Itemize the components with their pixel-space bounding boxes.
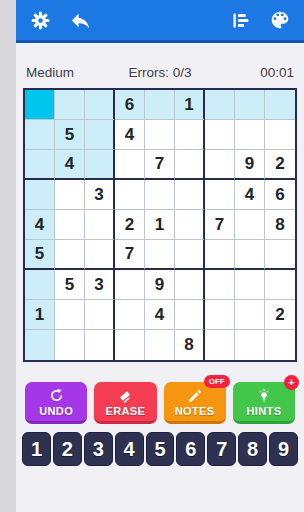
numpad-7[interactable]: 7	[207, 432, 236, 466]
numpad-4[interactable]: 4	[115, 432, 144, 466]
cell-r6c1[interactable]: 5	[25, 240, 55, 270]
numpad-2[interactable]: 2	[53, 432, 82, 466]
cell-r6c2[interactable]	[55, 240, 85, 270]
cell-r7c1[interactable]	[25, 270, 55, 300]
cell-r3c9[interactable]: 2	[265, 150, 295, 180]
cell-r7c9[interactable]	[265, 270, 295, 300]
cell-r5c4[interactable]: 2	[115, 210, 145, 240]
cell-r4c3[interactable]: 3	[85, 180, 115, 210]
cell-r2c6[interactable]	[175, 120, 205, 150]
cell-r5c2[interactable]	[55, 210, 85, 240]
controls-row: UNDO ERASE OFF NOTES +	[25, 382, 295, 424]
cell-r2c4[interactable]: 4	[115, 120, 145, 150]
pencil-icon	[187, 388, 203, 404]
cell-r5c9[interactable]: 8	[265, 210, 295, 240]
cell-r5c8[interactable]	[235, 210, 265, 240]
lightbulb-icon	[256, 388, 272, 404]
cell-r1c4[interactable]: 6	[115, 90, 145, 120]
notes-label: NOTES	[175, 405, 215, 417]
cell-r2c2[interactable]: 5	[55, 120, 85, 150]
cell-r4c8[interactable]: 4	[235, 180, 265, 210]
sudoku-board: 6154479234642178575391428	[23, 88, 297, 362]
cell-r9c5[interactable]	[145, 330, 175, 360]
number-pad: 123456789	[22, 432, 298, 466]
cell-r2c7[interactable]	[205, 120, 235, 150]
cell-r7c2[interactable]: 5	[55, 270, 85, 300]
cell-r3c2[interactable]: 4	[55, 150, 85, 180]
cell-r2c1[interactable]	[25, 120, 55, 150]
undo-icon	[49, 388, 64, 404]
cell-r4c9[interactable]: 6	[265, 180, 295, 210]
cell-r2c3[interactable]	[85, 120, 115, 150]
eraser-icon	[117, 388, 133, 404]
cell-r1c7[interactable]	[205, 90, 235, 120]
difficulty-label: Medium	[26, 65, 105, 80]
cell-r2c5[interactable]	[145, 120, 175, 150]
cell-r1c8[interactable]	[235, 90, 265, 120]
cell-r6c4[interactable]: 7	[115, 240, 145, 270]
cell-r7c5[interactable]: 9	[145, 270, 175, 300]
cell-r8c3[interactable]	[85, 300, 115, 330]
cell-r9c7[interactable]	[205, 330, 235, 360]
cell-r2c9[interactable]	[265, 120, 295, 150]
cell-r7c3[interactable]: 3	[85, 270, 115, 300]
cell-r2c8[interactable]	[235, 120, 265, 150]
cell-r5c6[interactable]	[175, 210, 205, 240]
cell-r3c3[interactable]	[85, 150, 115, 180]
erase-label: ERASE	[105, 405, 145, 417]
cell-r7c4[interactable]	[115, 270, 145, 300]
back-icon[interactable]	[68, 8, 92, 32]
app: Medium Errors: 0/3 00:01 615447923464217…	[16, 0, 304, 512]
cell-r3c7[interactable]	[205, 150, 235, 180]
errors-counter: Errors: 0/3	[105, 65, 215, 80]
cell-r6c8[interactable]	[235, 240, 265, 270]
numpad-8[interactable]: 8	[238, 432, 267, 466]
cell-r6c3[interactable]	[85, 240, 115, 270]
cell-r4c7[interactable]	[205, 180, 235, 210]
cell-r9c1[interactable]	[25, 330, 55, 360]
status-bar: Medium Errors: 0/3 00:01	[16, 43, 304, 88]
cell-r8c6[interactable]	[175, 300, 205, 330]
cell-r1c6[interactable]: 1	[175, 90, 205, 120]
cell-r9c8[interactable]	[235, 330, 265, 360]
app-bar-right	[228, 8, 292, 32]
cell-r9c6[interactable]: 8	[175, 330, 205, 360]
notes-button[interactable]: OFF NOTES	[164, 382, 226, 424]
cell-r9c4[interactable]	[115, 330, 145, 360]
cell-r5c3[interactable]	[85, 210, 115, 240]
app-bar-left	[28, 8, 92, 32]
numpad-3[interactable]: 3	[84, 432, 113, 466]
cell-r8c1[interactable]: 1	[25, 300, 55, 330]
settings-icon[interactable]	[28, 8, 52, 32]
cell-r9c3[interactable]	[85, 330, 115, 360]
hints-button[interactable]: + HINTS	[233, 382, 295, 424]
cell-r6c6[interactable]	[175, 240, 205, 270]
numpad-5[interactable]: 5	[146, 432, 175, 466]
numpad-6[interactable]: 6	[176, 432, 205, 466]
cell-r5c7[interactable]: 7	[205, 210, 235, 240]
app-bar	[16, 0, 304, 43]
cell-r5c1[interactable]: 4	[25, 210, 55, 240]
cell-r4c4[interactable]	[115, 180, 145, 210]
cell-r4c1[interactable]	[25, 180, 55, 210]
cell-r8c4[interactable]	[115, 300, 145, 330]
hints-plus-badge: +	[284, 375, 299, 390]
cell-r8c9[interactable]: 2	[265, 300, 295, 330]
cell-r1c5[interactable]	[145, 90, 175, 120]
undo-label: UNDO	[39, 405, 73, 417]
cell-r3c8[interactable]: 9	[235, 150, 265, 180]
cell-r1c9[interactable]	[265, 90, 295, 120]
cell-r7c8[interactable]	[235, 270, 265, 300]
cell-r8c8[interactable]	[235, 300, 265, 330]
cell-r1c3[interactable]	[85, 90, 115, 120]
cell-r8c7[interactable]	[205, 300, 235, 330]
notes-off-badge: OFF	[204, 375, 230, 388]
erase-button[interactable]: ERASE	[94, 382, 156, 424]
cell-r6c5[interactable]	[145, 240, 175, 270]
cell-r9c9[interactable]	[265, 330, 295, 360]
cell-r1c2[interactable]	[55, 90, 85, 120]
cell-r1c1[interactable]	[25, 90, 55, 120]
palette-icon[interactable]	[268, 8, 292, 32]
numpad-1[interactable]: 1	[22, 432, 51, 466]
hints-label: HINTS	[246, 405, 281, 417]
levels-icon[interactable]	[228, 8, 252, 32]
cell-r4c6[interactable]	[175, 180, 205, 210]
cell-r8c5[interactable]: 4	[145, 300, 175, 330]
cell-r6c7[interactable]	[205, 240, 235, 270]
cell-r9c2[interactable]	[55, 330, 85, 360]
cell-r8c2[interactable]	[55, 300, 85, 330]
numpad-9[interactable]: 9	[269, 432, 298, 466]
cell-r4c2[interactable]	[55, 180, 85, 210]
undo-button[interactable]: UNDO	[25, 382, 87, 424]
cell-r3c1[interactable]	[25, 150, 55, 180]
cell-r4c5[interactable]	[145, 180, 175, 210]
cell-r7c6[interactable]	[175, 270, 205, 300]
cell-r6c9[interactable]	[265, 240, 295, 270]
cell-r3c5[interactable]: 7	[145, 150, 175, 180]
cell-r3c6[interactable]	[175, 150, 205, 180]
cell-r3c4[interactable]	[115, 150, 145, 180]
cell-r5c5[interactable]: 1	[145, 210, 175, 240]
cell-r7c7[interactable]	[205, 270, 235, 300]
timer: 00:01	[215, 65, 294, 80]
